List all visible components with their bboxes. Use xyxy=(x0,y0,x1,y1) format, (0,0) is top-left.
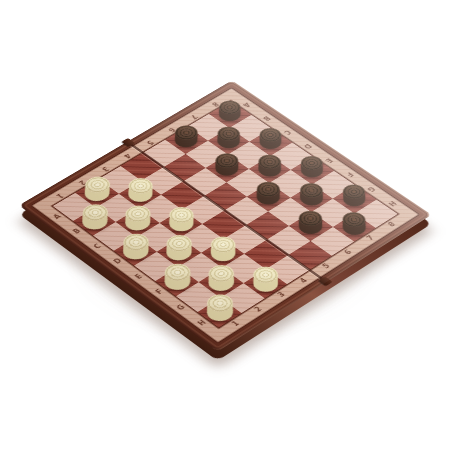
product-photo-checkers-set: AA11BB22CC33DD44EE55FF66GG77HH88 xyxy=(0,0,450,450)
